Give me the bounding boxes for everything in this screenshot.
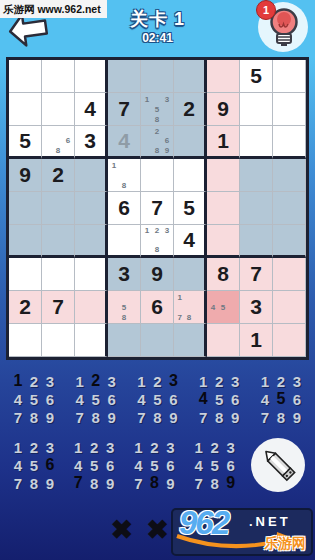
numpad-button-5[interactable]: 123456789 — [257, 372, 305, 426]
cell-r9c4[interactable] — [108, 324, 141, 357]
cell-r7c3[interactable] — [75, 258, 108, 291]
cell-r1c9[interactable] — [273, 60, 306, 93]
cell-r3c6[interactable] — [174, 126, 207, 159]
numpad-button-4[interactable]: 123456789 — [195, 372, 243, 426]
cell-r2c5[interactable]: 1358 — [141, 93, 174, 126]
cell-r4c3[interactable] — [75, 159, 108, 192]
cell-r5c1[interactable] — [9, 192, 42, 225]
cell-r9c3[interactable] — [75, 324, 108, 357]
cell-r7c8[interactable]: 7 — [240, 258, 273, 291]
cell-r6c3[interactable] — [75, 225, 108, 258]
cell-r2c2[interactable] — [42, 93, 75, 126]
cell-r1c8[interactable]: 5 — [240, 60, 273, 93]
cell-r1c3[interactable] — [75, 60, 108, 93]
cell-r5c6[interactable]: 5 — [174, 192, 207, 225]
cell-r6c9[interactable] — [273, 225, 306, 258]
cell-r3c4[interactable]: 4 — [108, 126, 141, 159]
cell-r5c8[interactable] — [240, 192, 273, 225]
cell-r1c1[interactable] — [9, 60, 42, 93]
mistake-x-icon: ✖ — [111, 510, 134, 550]
cell-r8c3[interactable] — [75, 291, 108, 324]
pencil-mode-button[interactable] — [251, 438, 305, 492]
cell-r9c1[interactable] — [9, 324, 42, 357]
cell-r3c2[interactable]: 68 — [42, 126, 75, 159]
cell-r9c7[interactable] — [207, 324, 240, 357]
cell-r6c4[interactable] — [108, 225, 141, 258]
cell-r2c9[interactable] — [273, 93, 306, 126]
hint-button[interactable]: 1 — [258, 2, 308, 52]
cell-r4c2[interactable]: 2 — [42, 159, 75, 192]
cell-r1c2[interactable] — [42, 60, 75, 93]
cell-r2c1[interactable] — [9, 93, 42, 126]
cell-r9c2[interactable] — [42, 324, 75, 357]
cell-r7c4[interactable]: 3 — [108, 258, 141, 291]
numpad-button-1[interactable]: 123456789 — [10, 372, 58, 426]
logo-main-text: 962 — [179, 508, 228, 542]
numpad-button-7[interactable]: 123456789 — [70, 438, 118, 492]
numpad-row-2: 123456789123456789123456789123456789 — [0, 438, 315, 492]
cell-r8c9[interactable] — [273, 291, 306, 324]
cell-r8c5[interactable]: 6 — [141, 291, 174, 324]
cell-r1c7[interactable] — [207, 60, 240, 93]
cell-r7c7[interactable]: 8 — [207, 258, 240, 291]
cell-r2c8[interactable] — [240, 93, 273, 126]
cell-r7c6[interactable] — [174, 258, 207, 291]
pencil-icon — [258, 445, 298, 485]
cell-r6c2[interactable] — [42, 225, 75, 258]
cell-r8c2[interactable]: 7 — [42, 291, 75, 324]
cell-r8c1[interactable]: 2 — [9, 291, 42, 324]
cell-r6c5[interactable]: 1238 — [141, 225, 174, 258]
numpad-row-1: 1234567891234567891234567891234567891234… — [0, 372, 315, 426]
cell-r8c6[interactable]: 178 — [174, 291, 207, 324]
mistake-x-icon: ✖ — [146, 510, 169, 550]
cell-r3c7[interactable]: 1 — [207, 126, 240, 159]
cell-r9c9[interactable] — [273, 324, 306, 357]
cell-r3c9[interactable] — [273, 126, 306, 159]
cell-r9c6[interactable] — [174, 324, 207, 357]
cell-r4c8[interactable] — [240, 159, 273, 192]
hint-count-badge: 1 — [256, 0, 276, 20]
logo-net-text: .NET — [249, 514, 291, 529]
cell-r2c4[interactable]: 7 — [108, 93, 141, 126]
cell-r5c7[interactable] — [207, 192, 240, 225]
cell-r1c4[interactable] — [108, 60, 141, 93]
cell-r8c8[interactable]: 3 — [240, 291, 273, 324]
cell-r3c8[interactable] — [240, 126, 273, 159]
cell-r4c7[interactable] — [207, 159, 240, 192]
cell-r3c1[interactable]: 5 — [9, 126, 42, 159]
cell-r7c2[interactable] — [42, 258, 75, 291]
cell-r4c5[interactable] — [141, 159, 174, 192]
logo-site-text: 乐游网 — [264, 535, 306, 553]
cell-r7c5[interactable]: 9 — [141, 258, 174, 291]
cell-r3c3[interactable]: 3 — [75, 126, 108, 159]
cell-r5c4[interactable]: 6 — [108, 192, 141, 225]
cell-r2c6[interactable]: 2 — [174, 93, 207, 126]
numpad-button-3[interactable]: 123456789 — [134, 372, 182, 426]
watermark-logo: 962 .NET 乐游网 — [171, 508, 313, 556]
cell-r7c1[interactable] — [9, 258, 42, 291]
cell-r1c5[interactable] — [141, 60, 174, 93]
sudoku-grid: 5471358295683426891921867512384398727586… — [6, 57, 309, 360]
cell-r8c4[interactable]: 58 — [108, 291, 141, 324]
cell-r6c1[interactable] — [9, 225, 42, 258]
cell-r4c6[interactable] — [174, 159, 207, 192]
numpad-button-8[interactable]: 123456789 — [131, 438, 179, 492]
cell-r2c3[interactable]: 4 — [75, 93, 108, 126]
cell-r4c1[interactable]: 9 — [9, 159, 42, 192]
cell-r5c3[interactable] — [75, 192, 108, 225]
numpad-button-2[interactable]: 123456789 — [72, 372, 120, 426]
cell-r8c7[interactable]: 45 — [207, 291, 240, 324]
cell-r7c9[interactable] — [273, 258, 306, 291]
cell-r3c5[interactable]: 2689 — [141, 126, 174, 159]
cell-r9c8[interactable]: 1 — [240, 324, 273, 357]
cell-r5c2[interactable] — [42, 192, 75, 225]
cell-r1c6[interactable] — [174, 60, 207, 93]
cell-r2c7[interactable]: 9 — [207, 93, 240, 126]
cell-r6c6[interactable]: 4 — [174, 225, 207, 258]
numpad-button-9[interactable]: 123456789 — [191, 438, 239, 492]
cell-r4c4[interactable]: 18 — [108, 159, 141, 192]
cell-r6c7[interactable] — [207, 225, 240, 258]
watermark-top: 乐游网 www.962.net — [0, 0, 107, 18]
numpad-button-6[interactable]: 123456789 — [10, 438, 58, 492]
cell-r9c5[interactable] — [141, 324, 174, 357]
cell-r4c9[interactable] — [273, 159, 306, 192]
cell-r5c9[interactable] — [273, 192, 306, 225]
cell-r5c5[interactable]: 7 — [141, 192, 174, 225]
cell-r6c8[interactable] — [240, 225, 273, 258]
